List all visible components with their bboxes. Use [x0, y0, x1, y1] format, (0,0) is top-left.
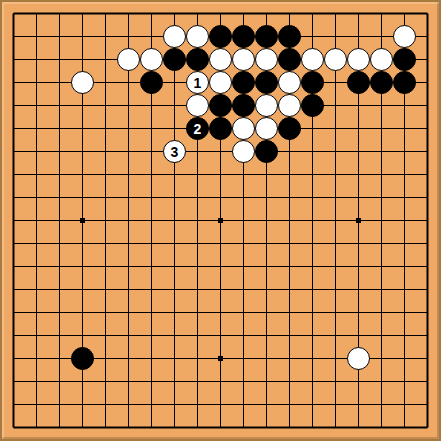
stone-black [163, 48, 186, 71]
intersection [416, 140, 439, 163]
intersection [186, 209, 209, 232]
intersection [186, 2, 209, 25]
intersection [163, 370, 186, 393]
intersection [209, 393, 232, 416]
intersection [416, 2, 439, 25]
stone-white [347, 347, 370, 370]
intersection [71, 71, 94, 94]
intersection [370, 324, 393, 347]
intersection [232, 48, 255, 71]
intersection [301, 2, 324, 25]
stone-black [393, 48, 416, 71]
intersection: 2 [186, 117, 209, 140]
intersection [255, 140, 278, 163]
intersection [163, 163, 186, 186]
intersection [71, 416, 94, 439]
intersection [232, 2, 255, 25]
intersection [25, 393, 48, 416]
intersection [140, 2, 163, 25]
intersection [140, 186, 163, 209]
intersection [186, 186, 209, 209]
intersection [255, 2, 278, 25]
intersection [370, 140, 393, 163]
intersection [140, 232, 163, 255]
star-point [218, 218, 223, 223]
intersection [324, 393, 347, 416]
intersection [347, 2, 370, 25]
intersection [347, 140, 370, 163]
intersection [140, 163, 163, 186]
star-point [356, 218, 361, 223]
intersection [232, 209, 255, 232]
intersection [48, 209, 71, 232]
intersection [71, 393, 94, 416]
intersection [370, 370, 393, 393]
intersection [140, 370, 163, 393]
intersection [209, 347, 232, 370]
intersection [117, 2, 140, 25]
intersection [186, 393, 209, 416]
intersection [94, 117, 117, 140]
intersection [324, 25, 347, 48]
intersection [117, 416, 140, 439]
intersection [48, 347, 71, 370]
intersection [71, 370, 94, 393]
intersection [71, 25, 94, 48]
intersection [324, 209, 347, 232]
stone-white [209, 71, 232, 94]
intersection [416, 232, 439, 255]
intersection [232, 186, 255, 209]
intersection [370, 255, 393, 278]
intersection [416, 117, 439, 140]
intersection [94, 186, 117, 209]
stone-white [186, 25, 209, 48]
intersection [255, 48, 278, 71]
intersection [2, 140, 25, 163]
intersection [71, 278, 94, 301]
intersection [2, 94, 25, 117]
intersection [278, 347, 301, 370]
stone-black [140, 71, 163, 94]
intersection [94, 232, 117, 255]
intersection [163, 232, 186, 255]
stone-black [232, 25, 255, 48]
intersection [370, 94, 393, 117]
intersection [347, 301, 370, 324]
intersection [301, 232, 324, 255]
intersection [278, 278, 301, 301]
intersection [140, 209, 163, 232]
intersection [416, 255, 439, 278]
go-board-frame: 123 [0, 0, 441, 441]
intersection [94, 48, 117, 71]
intersection [370, 117, 393, 140]
intersection [416, 416, 439, 439]
intersection [370, 2, 393, 25]
intersection [393, 393, 416, 416]
intersection [163, 255, 186, 278]
intersection [2, 186, 25, 209]
intersection [416, 209, 439, 232]
intersection [48, 255, 71, 278]
intersection [255, 278, 278, 301]
intersection [2, 347, 25, 370]
intersection [25, 117, 48, 140]
intersection [163, 48, 186, 71]
intersection [370, 301, 393, 324]
intersection [232, 255, 255, 278]
intersection [48, 278, 71, 301]
intersection [140, 140, 163, 163]
intersection [393, 2, 416, 25]
intersection [278, 301, 301, 324]
intersection [25, 255, 48, 278]
intersection [186, 255, 209, 278]
stone-white [71, 71, 94, 94]
intersection [2, 25, 25, 48]
stone-white [255, 48, 278, 71]
intersection [2, 393, 25, 416]
intersection [71, 186, 94, 209]
intersection [48, 232, 71, 255]
intersection [117, 347, 140, 370]
intersection [25, 71, 48, 94]
intersection [94, 25, 117, 48]
intersection [416, 278, 439, 301]
stone-black [255, 140, 278, 163]
intersection [186, 140, 209, 163]
intersection [163, 186, 186, 209]
intersection [301, 140, 324, 163]
intersection [370, 393, 393, 416]
intersection [301, 71, 324, 94]
stone-black [393, 71, 416, 94]
intersection [324, 255, 347, 278]
intersection [232, 71, 255, 94]
intersection [255, 301, 278, 324]
intersection [347, 71, 370, 94]
intersection [255, 209, 278, 232]
stone-white [140, 48, 163, 71]
intersection [301, 416, 324, 439]
intersection [370, 186, 393, 209]
intersection [25, 278, 48, 301]
intersection [278, 232, 301, 255]
intersection [324, 301, 347, 324]
intersection [209, 186, 232, 209]
stone-black [71, 347, 94, 370]
intersection [25, 25, 48, 48]
intersection [347, 209, 370, 232]
intersection [255, 324, 278, 347]
stone-black [209, 94, 232, 117]
intersection [255, 232, 278, 255]
intersection [25, 370, 48, 393]
intersection [278, 48, 301, 71]
stone-white [117, 48, 140, 71]
intersection [140, 416, 163, 439]
intersection [278, 94, 301, 117]
intersection [324, 48, 347, 71]
intersection [393, 186, 416, 209]
stone-black [255, 71, 278, 94]
intersection [163, 71, 186, 94]
intersection [232, 370, 255, 393]
intersection [347, 25, 370, 48]
intersection: 1 [186, 71, 209, 94]
intersection [117, 48, 140, 71]
intersection [94, 2, 117, 25]
intersection [140, 255, 163, 278]
stone-white: 3 [163, 140, 186, 163]
intersection [347, 163, 370, 186]
intersection [209, 370, 232, 393]
intersection [301, 94, 324, 117]
stone-black: 2 [186, 117, 209, 140]
intersection [347, 232, 370, 255]
intersection [2, 48, 25, 71]
stone-white [232, 117, 255, 140]
intersection [347, 347, 370, 370]
intersection [416, 393, 439, 416]
intersection [324, 140, 347, 163]
intersection [347, 48, 370, 71]
intersection [48, 186, 71, 209]
intersection [209, 278, 232, 301]
intersection [94, 163, 117, 186]
intersection [393, 163, 416, 186]
intersection [324, 186, 347, 209]
intersection [370, 71, 393, 94]
intersection [209, 25, 232, 48]
intersection [71, 209, 94, 232]
intersection [48, 163, 71, 186]
intersection [393, 71, 416, 94]
stone-white [163, 25, 186, 48]
intersection [94, 324, 117, 347]
intersection [186, 232, 209, 255]
intersection [140, 48, 163, 71]
intersection [324, 232, 347, 255]
intersection [186, 48, 209, 71]
intersection [301, 255, 324, 278]
intersection [163, 209, 186, 232]
stone-black [186, 48, 209, 71]
intersection [370, 48, 393, 71]
intersection [255, 117, 278, 140]
intersection [301, 25, 324, 48]
intersection [347, 94, 370, 117]
intersection [71, 347, 94, 370]
intersection: 3 [163, 140, 186, 163]
intersection [301, 301, 324, 324]
intersection [255, 71, 278, 94]
intersection [48, 416, 71, 439]
intersection [209, 94, 232, 117]
intersection [48, 393, 71, 416]
intersection [25, 347, 48, 370]
intersection [301, 117, 324, 140]
stone-black [209, 117, 232, 140]
intersection [393, 255, 416, 278]
intersection [278, 117, 301, 140]
intersection [2, 255, 25, 278]
board-grid: 123 [2, 2, 439, 439]
intersection [255, 255, 278, 278]
stone-black [370, 71, 393, 94]
intersection [393, 324, 416, 347]
intersection [416, 48, 439, 71]
stone-black [278, 117, 301, 140]
intersection [393, 117, 416, 140]
intersection [255, 393, 278, 416]
intersection [25, 186, 48, 209]
intersection [2, 416, 25, 439]
intersection [324, 2, 347, 25]
stone-white [393, 25, 416, 48]
intersection [94, 347, 117, 370]
intersection [301, 370, 324, 393]
intersection [255, 94, 278, 117]
intersection [140, 71, 163, 94]
move-number-label: 1 [194, 76, 202, 90]
intersection [71, 324, 94, 347]
intersection [347, 278, 370, 301]
intersection [2, 117, 25, 140]
intersection [393, 301, 416, 324]
intersection [117, 186, 140, 209]
intersection [163, 347, 186, 370]
intersection [209, 232, 232, 255]
intersection [71, 301, 94, 324]
intersection [209, 2, 232, 25]
intersection [25, 163, 48, 186]
intersection [209, 416, 232, 439]
intersection [232, 25, 255, 48]
stone-white [232, 48, 255, 71]
intersection [117, 301, 140, 324]
intersection [232, 393, 255, 416]
intersection [255, 416, 278, 439]
intersection [71, 140, 94, 163]
intersection [416, 163, 439, 186]
intersection [94, 278, 117, 301]
intersection [163, 393, 186, 416]
stone-black [278, 25, 301, 48]
intersection [25, 209, 48, 232]
intersection [416, 25, 439, 48]
intersection [186, 163, 209, 186]
stone-white: 1 [186, 71, 209, 94]
intersection [163, 416, 186, 439]
intersection [393, 209, 416, 232]
stone-black [278, 48, 301, 71]
intersection [2, 278, 25, 301]
intersection [186, 301, 209, 324]
intersection [186, 370, 209, 393]
intersection [324, 71, 347, 94]
intersection [117, 163, 140, 186]
intersection [2, 370, 25, 393]
intersection [232, 117, 255, 140]
intersection [209, 48, 232, 71]
intersection [117, 140, 140, 163]
intersection [347, 370, 370, 393]
intersection [2, 163, 25, 186]
intersection [117, 324, 140, 347]
intersection [255, 370, 278, 393]
stone-black [301, 94, 324, 117]
intersection [370, 278, 393, 301]
intersection [48, 25, 71, 48]
intersection [416, 301, 439, 324]
intersection [140, 94, 163, 117]
intersection [278, 393, 301, 416]
intersection [393, 416, 416, 439]
intersection [278, 186, 301, 209]
stone-black [301, 71, 324, 94]
intersection [393, 278, 416, 301]
stone-white [232, 140, 255, 163]
intersection [278, 140, 301, 163]
intersection [301, 324, 324, 347]
intersection [25, 2, 48, 25]
move-number-label: 2 [194, 122, 202, 136]
intersection [163, 324, 186, 347]
intersection [163, 2, 186, 25]
intersection [140, 347, 163, 370]
intersection [48, 2, 71, 25]
intersection [140, 278, 163, 301]
intersection [393, 94, 416, 117]
intersection [301, 163, 324, 186]
intersection [393, 48, 416, 71]
intersection [255, 186, 278, 209]
intersection [71, 255, 94, 278]
intersection [301, 393, 324, 416]
star-point [80, 218, 85, 223]
intersection [94, 71, 117, 94]
intersection [25, 232, 48, 255]
intersection [25, 94, 48, 117]
intersection [94, 301, 117, 324]
intersection [209, 71, 232, 94]
intersection [48, 94, 71, 117]
intersection [301, 48, 324, 71]
intersection [117, 71, 140, 94]
intersection [25, 324, 48, 347]
intersection [347, 117, 370, 140]
intersection [71, 48, 94, 71]
intersection [301, 347, 324, 370]
intersection [278, 209, 301, 232]
intersection [301, 278, 324, 301]
intersection [347, 255, 370, 278]
intersection [232, 232, 255, 255]
intersection [278, 416, 301, 439]
intersection [140, 117, 163, 140]
intersection [25, 301, 48, 324]
intersection [140, 393, 163, 416]
intersection [94, 370, 117, 393]
intersection [71, 2, 94, 25]
intersection [140, 301, 163, 324]
intersection [48, 71, 71, 94]
intersection [94, 393, 117, 416]
intersection [2, 301, 25, 324]
intersection [48, 324, 71, 347]
